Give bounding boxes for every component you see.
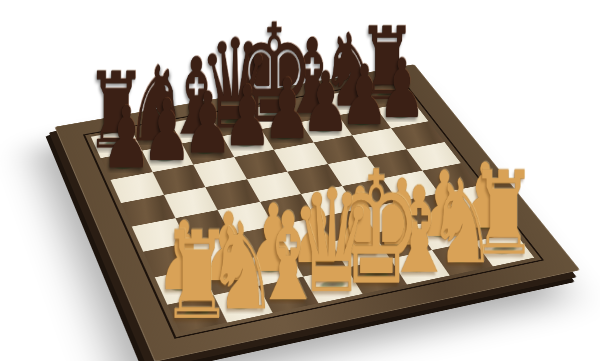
chess-set-photo: ♜♞♝♛♚♝♞♜♟♟♟♟♟♟♟♟♟♟♟♟♟♟♟♟♜♞♝♛♚♝♞♜ [0,0,600,361]
chess-board: ♜♞♝♛♚♝♞♜♟♟♟♟♟♟♟♟♟♟♟♟♟♟♟♟♜♞♝♛♚♝♞♜ [55,64,581,361]
black-pawn-a7: ♟ [101,150,153,179]
